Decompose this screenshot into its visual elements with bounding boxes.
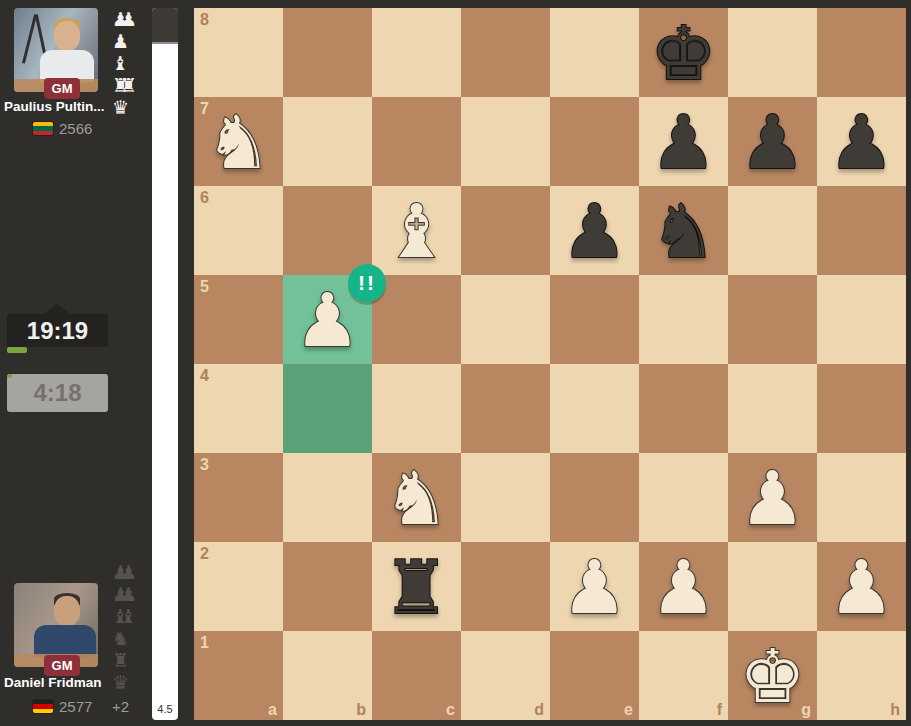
captured-pawn-pair: ♟♟ xyxy=(112,583,137,605)
file-label-f: f xyxy=(717,701,722,719)
pawn-icon: ♟ xyxy=(120,563,137,582)
square-h5[interactable] xyxy=(817,275,906,364)
square-a3[interactable]: 3 xyxy=(194,453,283,542)
avatar-face xyxy=(54,21,80,51)
square-c1[interactable]: c xyxy=(372,631,461,720)
rank-label-4: 4 xyxy=(200,367,209,385)
piece-white-bishop-c6[interactable]: ♝ xyxy=(372,186,461,275)
square-a6[interactable]: 6 xyxy=(194,186,283,275)
square-b4[interactable] xyxy=(283,364,372,453)
piece-black-pawn-h7[interactable]: ♟ xyxy=(817,97,906,186)
bishop-icon: ♝ xyxy=(112,54,129,73)
square-b2[interactable] xyxy=(283,542,372,631)
rank-label-2: 2 xyxy=(200,545,209,563)
square-d3[interactable] xyxy=(461,453,550,542)
square-e5[interactable] xyxy=(550,275,639,364)
rating-row-top: 2566 xyxy=(33,120,92,137)
square-d8[interactable] xyxy=(461,8,550,97)
square-b7[interactable] xyxy=(283,97,372,186)
pawn-icon: ♟ xyxy=(112,32,129,51)
square-g5[interactable] xyxy=(728,275,817,364)
rank-label-8: 8 xyxy=(200,11,209,29)
square-e7[interactable] xyxy=(550,97,639,186)
piece-white-king-g1[interactable]: ♚ xyxy=(728,631,817,720)
square-f1[interactable]: f xyxy=(639,631,728,720)
tripod-leg xyxy=(22,14,37,63)
square-g4[interactable] xyxy=(728,364,817,453)
title-badge-top: GM xyxy=(44,78,80,99)
last-move-highlight-b4 xyxy=(283,364,372,453)
square-b8[interactable] xyxy=(283,8,372,97)
square-c4[interactable] xyxy=(372,364,461,453)
square-g6[interactable] xyxy=(728,186,817,275)
rank-label-5: 5 xyxy=(200,278,209,296)
square-h8[interactable] xyxy=(817,8,906,97)
captured-pieces-bottom: ♟♟♟♟♝♝♞♜♛ xyxy=(112,561,137,693)
captured-pawn: ♟ xyxy=(112,30,137,52)
file-label-d: d xyxy=(534,701,544,719)
rank-label-6: 6 xyxy=(200,189,209,207)
square-a5[interactable]: 5 xyxy=(194,275,283,364)
file-label-a: a xyxy=(268,701,277,719)
piece-white-pawn-g3[interactable]: ♟ xyxy=(728,453,817,542)
square-f5[interactable] xyxy=(639,275,728,364)
chess-app: GM Paulius Pultin... 2566 ♟♟♟♝♜♜♛ 19:19 … xyxy=(0,0,911,726)
square-c8[interactable] xyxy=(372,8,461,97)
clock-top-time: 19:19 xyxy=(27,317,88,345)
square-e3[interactable] xyxy=(550,453,639,542)
evaluation-value: 4.5 xyxy=(152,703,178,715)
clock-bottom-time: 4:18 xyxy=(33,379,81,407)
queen-icon: ♛ xyxy=(112,673,129,692)
square-d5[interactable] xyxy=(461,275,550,364)
square-e4[interactable] xyxy=(550,364,639,453)
square-h3[interactable] xyxy=(817,453,906,542)
evaluation-bar: 4.5 xyxy=(152,8,178,720)
captured-bishop-pair: ♝♝ xyxy=(112,605,137,627)
square-d7[interactable] xyxy=(461,97,550,186)
piece-white-knight-a7[interactable]: ♞ xyxy=(194,97,283,186)
flag-germany-icon xyxy=(33,700,53,713)
file-label-e: e xyxy=(624,701,633,719)
captured-pieces-top: ♟♟♟♝♜♜♛ xyxy=(112,8,137,118)
square-d6[interactable] xyxy=(461,186,550,275)
piece-white-pawn-e2[interactable]: ♟ xyxy=(550,542,639,631)
file-label-b: b xyxy=(356,701,366,719)
piece-white-pawn-f2[interactable]: ♟ xyxy=(639,542,728,631)
brilliant-move-badge: !! xyxy=(348,264,386,302)
flag-lithuania-icon xyxy=(33,122,53,135)
pawn-icon: ♟ xyxy=(120,10,137,29)
square-g2[interactable] xyxy=(728,542,817,631)
captured-knight: ♞ xyxy=(112,627,137,649)
piece-black-king-f8[interactable]: ♚ xyxy=(639,8,728,97)
time-bar-bottom xyxy=(7,374,12,378)
evaluation-bar-black-portion xyxy=(152,8,178,44)
square-b6[interactable] xyxy=(283,186,372,275)
square-g8[interactable] xyxy=(728,8,817,97)
rook-icon: ♜ xyxy=(120,76,137,95)
square-a2[interactable]: 2 xyxy=(194,542,283,631)
pawn-icon: ♟ xyxy=(120,585,137,604)
square-e8[interactable] xyxy=(550,8,639,97)
square-c5[interactable] xyxy=(372,275,461,364)
clock-top-player: 19:19 xyxy=(7,314,108,347)
captured-pawn-pair: ♟♟ xyxy=(112,8,137,30)
piece-black-rook-c2[interactable]: ♜ xyxy=(372,542,461,631)
piece-white-knight-c3[interactable]: ♞ xyxy=(372,453,461,542)
chess-board[interactable]: 87654321abcdefgh♚♞♟♟♟♝♟♞♟♞♟♜♟♟♟♚!! xyxy=(194,8,906,720)
square-d2[interactable] xyxy=(461,542,550,631)
piece-white-pawn-h2[interactable]: ♟ xyxy=(817,542,906,631)
material-advantage: +2 xyxy=(112,698,129,715)
queen-icon: ♛ xyxy=(112,98,129,117)
square-h6[interactable] xyxy=(817,186,906,275)
captured-queen: ♛ xyxy=(112,671,137,693)
title-badge-bottom: GM xyxy=(44,655,80,676)
captured-rook-pair: ♜♜ xyxy=(112,74,137,96)
captured-queen: ♛ xyxy=(112,96,137,118)
avatar-face xyxy=(54,596,80,626)
square-c7[interactable] xyxy=(372,97,461,186)
knight-icon: ♞ xyxy=(112,629,129,648)
square-d4[interactable] xyxy=(461,364,550,453)
square-h4[interactable] xyxy=(817,364,906,453)
square-a8[interactable]: 8 xyxy=(194,8,283,97)
bishop-icon: ♝ xyxy=(120,607,137,626)
square-e1[interactable]: e xyxy=(550,631,639,720)
piece-black-pawn-g7[interactable]: ♟ xyxy=(728,97,817,186)
piece-black-pawn-f7[interactable]: ♟ xyxy=(639,97,728,186)
rating-top-value: 2566 xyxy=(59,120,92,137)
captured-bishop: ♝ xyxy=(112,52,137,74)
rank-label-3: 3 xyxy=(200,456,209,474)
square-f4[interactable] xyxy=(639,364,728,453)
square-b1[interactable]: b xyxy=(283,631,372,720)
file-label-c: c xyxy=(446,701,455,719)
captured-pawn-pair: ♟♟ xyxy=(112,561,137,583)
time-bar-top xyxy=(7,347,27,353)
rating-row-bottom: 2577 xyxy=(33,698,92,715)
active-player-pointer-icon xyxy=(42,304,72,315)
captured-rook: ♜ xyxy=(112,649,137,671)
square-d1[interactable]: d xyxy=(461,631,550,720)
clock-bottom-player: 4:18 xyxy=(7,374,108,412)
piece-black-pawn-e6[interactable]: ♟ xyxy=(550,186,639,275)
square-a1[interactable]: 1a xyxy=(194,631,283,720)
square-f3[interactable] xyxy=(639,453,728,542)
square-b3[interactable] xyxy=(283,453,372,542)
rook-icon: ♜ xyxy=(112,651,129,670)
file-label-h: h xyxy=(890,701,900,719)
square-a4[interactable]: 4 xyxy=(194,364,283,453)
square-h1[interactable]: h xyxy=(817,631,906,720)
piece-black-knight-f6[interactable]: ♞ xyxy=(639,186,728,275)
rank-label-1: 1 xyxy=(200,634,209,652)
avatar-jacket xyxy=(34,625,96,657)
rating-bottom-value: 2577 xyxy=(59,698,92,715)
